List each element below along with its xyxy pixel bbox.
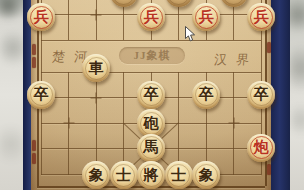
piece-glyph: 兵: [192, 3, 220, 31]
xiangqi-piece-卒[interactable]: 卒: [137, 81, 165, 109]
piece-glyph: 卒: [137, 81, 165, 109]
piece-glyph: 卒: [27, 81, 55, 109]
piece-glyph: [220, 0, 248, 7]
xiangqi-piece-unknown[interactable]: [110, 0, 138, 7]
xiangqi-piece-兵[interactable]: 兵: [27, 3, 55, 31]
xiangqi-piece-卒[interactable]: 卒: [27, 81, 55, 109]
piece-glyph: 兵: [137, 3, 165, 31]
piece-glyph: [165, 0, 193, 7]
pieces-layer: 兵兵兵兵車卒卒卒卒砲馬炮象士將士象: [0, 0, 304, 190]
piece-glyph: 士: [165, 161, 193, 189]
xiangqi-piece-unknown[interactable]: [165, 0, 193, 7]
piece-glyph: 炮: [247, 134, 275, 162]
xiangqi-piece-兵[interactable]: 兵: [192, 3, 220, 31]
piece-glyph: 兵: [247, 3, 275, 31]
screenshot-root: 楚河 JJ象棋 汉界 兵兵兵兵車卒卒卒卒砲馬炮象士將士象: [0, 0, 304, 190]
xiangqi-piece-象[interactable]: 象: [192, 161, 220, 189]
xiangqi-piece-象[interactable]: 象: [82, 161, 110, 189]
piece-glyph: [110, 0, 138, 7]
piece-glyph: 車: [82, 54, 110, 82]
xiangqi-piece-unknown[interactable]: [220, 0, 248, 7]
piece-glyph: 卒: [247, 81, 275, 109]
piece-glyph: 象: [192, 161, 220, 189]
piece-glyph: 卒: [192, 81, 220, 109]
mouse-cursor: [184, 26, 196, 43]
piece-glyph: 馬: [137, 134, 165, 162]
piece-glyph: 將: [137, 161, 165, 189]
xiangqi-piece-將[interactable]: 將: [137, 161, 165, 189]
xiangqi-piece-士[interactable]: 士: [110, 161, 138, 189]
xiangqi-piece-卒[interactable]: 卒: [192, 81, 220, 109]
piece-glyph: 士: [110, 161, 138, 189]
piece-glyph: 象: [82, 161, 110, 189]
xiangqi-piece-馬[interactable]: 馬: [137, 134, 165, 162]
xiangqi-piece-士[interactable]: 士: [165, 161, 193, 189]
xiangqi-piece-兵[interactable]: 兵: [137, 3, 165, 31]
xiangqi-piece-車[interactable]: 車: [82, 54, 110, 82]
piece-glyph: 兵: [27, 3, 55, 31]
xiangqi-piece-卒[interactable]: 卒: [247, 81, 275, 109]
xiangqi-piece-兵[interactable]: 兵: [247, 3, 275, 31]
xiangqi-piece-炮[interactable]: 炮: [247, 134, 275, 162]
